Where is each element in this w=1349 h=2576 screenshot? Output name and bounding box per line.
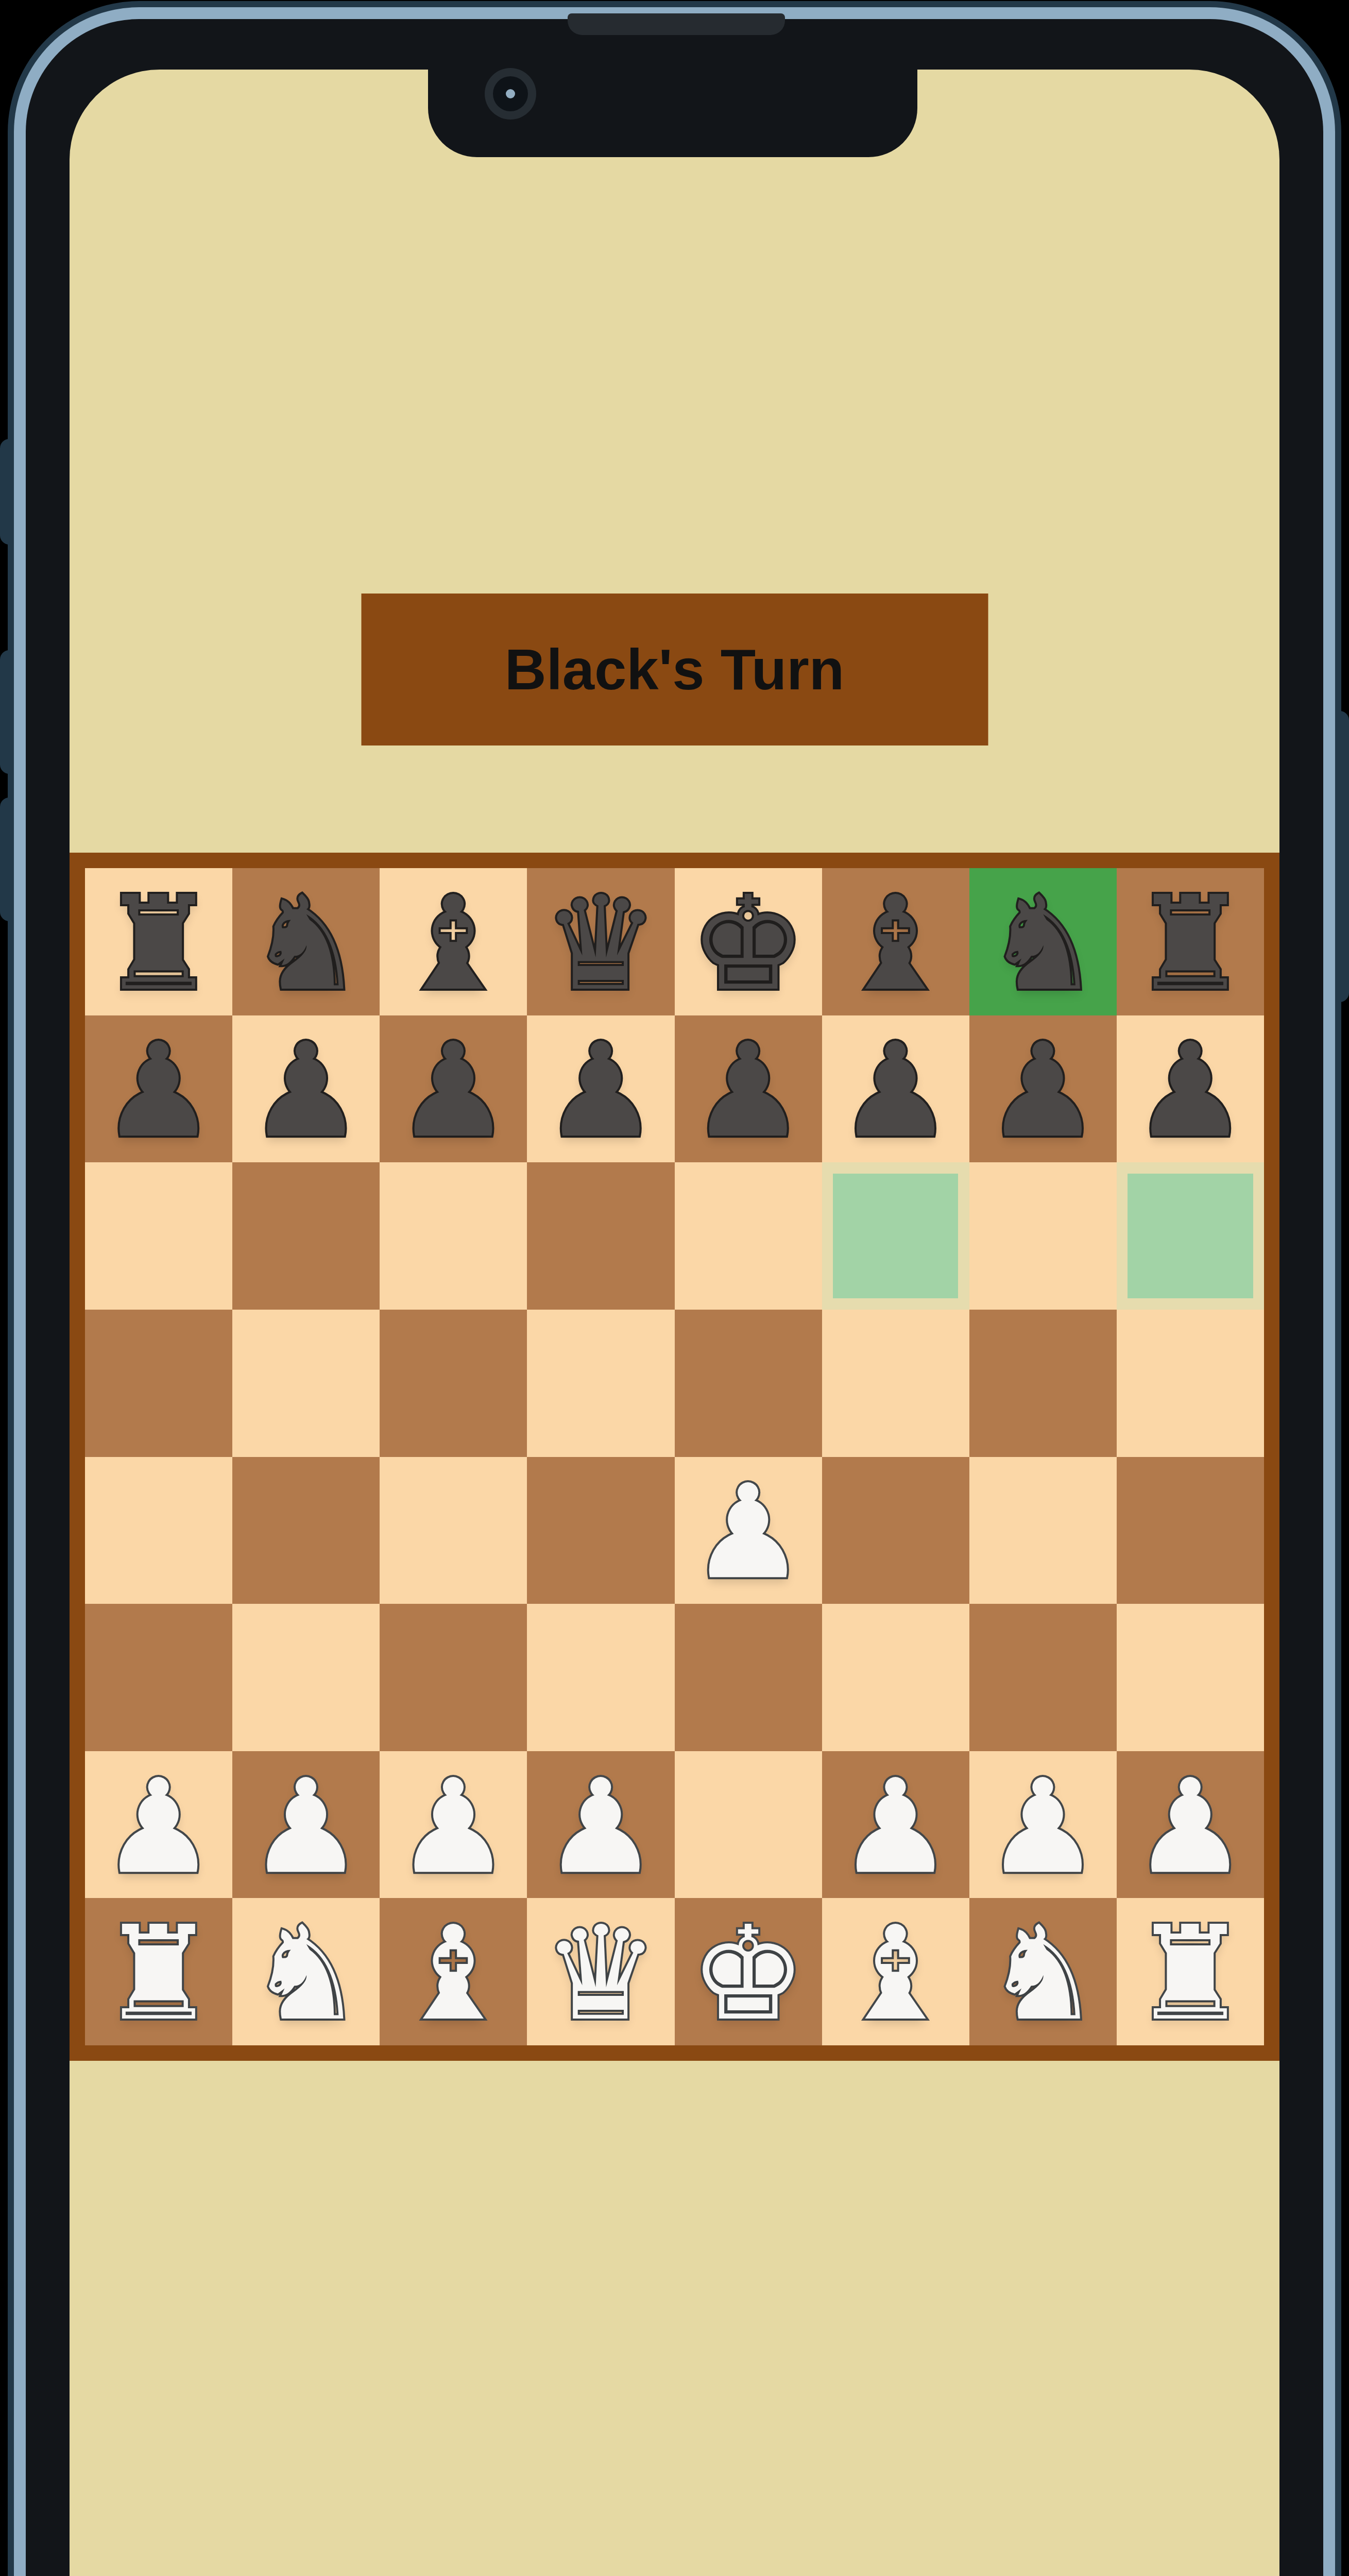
piece-black-pawn[interactable]: ♟	[838, 1026, 954, 1156]
square-c6[interactable]	[380, 1162, 527, 1310]
chess-board: ♜♞♝♛♚♝♞♜♟♟♟♟♟♟♟♟♟♟♟♟♟♟♟♟♜♞♝♛♚♝♞♜	[70, 853, 1279, 2061]
piece-black-bishop[interactable]: ♝	[838, 879, 954, 1009]
square-e2[interactable]	[675, 1751, 822, 1899]
square-c5[interactable]	[380, 1310, 527, 1457]
square-h5[interactable]	[1117, 1310, 1264, 1457]
square-e1[interactable]: ♚	[675, 1898, 822, 2045]
square-e8[interactable]: ♚	[675, 868, 822, 1015]
square-b3[interactable]	[232, 1604, 380, 1751]
square-g7[interactable]: ♟	[969, 1015, 1117, 1163]
square-g4[interactable]	[969, 1457, 1117, 1604]
piece-white-pawn[interactable]: ♟	[100, 1762, 217, 1892]
piece-black-pawn[interactable]: ♟	[100, 1026, 217, 1156]
square-a8[interactable]: ♜	[85, 868, 232, 1015]
piece-white-knight[interactable]: ♞	[985, 1909, 1101, 2039]
square-a3[interactable]	[85, 1604, 232, 1751]
square-d4[interactable]	[527, 1457, 674, 1604]
square-f3[interactable]	[822, 1604, 969, 1751]
square-d3[interactable]	[527, 1604, 674, 1751]
square-h1[interactable]: ♜	[1117, 1898, 1264, 2045]
square-a6[interactable]	[85, 1162, 232, 1310]
square-h8[interactable]: ♜	[1117, 868, 1264, 1015]
phone-mockup: Black's Turn ♜♞♝♛♚♝♞♜♟♟♟♟♟♟♟♟♟♟♟♟♟♟♟♟♜♞♝…	[0, 0, 1349, 2576]
piece-black-bishop[interactable]: ♝	[395, 879, 511, 1009]
app-screen: Black's Turn ♜♞♝♛♚♝♞♜♟♟♟♟♟♟♟♟♟♟♟♟♟♟♟♟♜♞♝…	[70, 70, 1279, 2576]
square-d5[interactable]	[527, 1310, 674, 1457]
piece-black-king[interactable]: ♚	[690, 879, 807, 1009]
square-f1[interactable]: ♝	[822, 1898, 969, 2045]
piece-black-pawn[interactable]: ♟	[542, 1026, 659, 1156]
piece-white-king[interactable]: ♚	[690, 1909, 807, 2039]
square-b8[interactable]: ♞	[232, 868, 380, 1015]
piece-white-rook[interactable]: ♜	[1132, 1909, 1249, 2039]
piece-black-pawn[interactable]: ♟	[1132, 1026, 1249, 1156]
square-e7[interactable]: ♟	[675, 1015, 822, 1163]
piece-white-pawn[interactable]: ♟	[838, 1762, 954, 1892]
piece-black-pawn[interactable]: ♟	[985, 1026, 1101, 1156]
square-b7[interactable]: ♟	[232, 1015, 380, 1163]
square-c2[interactable]: ♟	[380, 1751, 527, 1899]
piece-white-pawn[interactable]: ♟	[395, 1762, 511, 1892]
square-b5[interactable]	[232, 1310, 380, 1457]
camera-glint-icon	[506, 89, 515, 98]
square-c1[interactable]: ♝	[380, 1898, 527, 2045]
piece-white-knight[interactable]: ♞	[248, 1909, 364, 2039]
piece-black-pawn[interactable]: ♟	[248, 1026, 364, 1156]
piece-white-queen[interactable]: ♛	[542, 1909, 659, 2039]
square-b1[interactable]: ♞	[232, 1898, 380, 2045]
piece-black-rook[interactable]: ♜	[100, 879, 217, 1009]
square-d1[interactable]: ♛	[527, 1898, 674, 2045]
square-d2[interactable]: ♟	[527, 1751, 674, 1899]
square-b2[interactable]: ♟	[232, 1751, 380, 1899]
piece-black-knight[interactable]: ♞	[985, 879, 1101, 1009]
piece-black-pawn[interactable]: ♟	[690, 1026, 807, 1156]
square-g6[interactable]	[969, 1162, 1117, 1310]
square-b4[interactable]	[232, 1457, 380, 1604]
square-d7[interactable]: ♟	[527, 1015, 674, 1163]
square-d6[interactable]	[527, 1162, 674, 1310]
turn-banner-label: Black's Turn	[505, 636, 844, 703]
square-e5[interactable]	[675, 1310, 822, 1457]
square-g2[interactable]: ♟	[969, 1751, 1117, 1899]
square-f7[interactable]: ♟	[822, 1015, 969, 1163]
square-e4[interactable]: ♟	[675, 1457, 822, 1604]
square-e3[interactable]	[675, 1604, 822, 1751]
camera-icon	[485, 68, 536, 120]
turn-banner: Black's Turn	[361, 594, 988, 745]
square-g1[interactable]: ♞	[969, 1898, 1117, 2045]
square-a5[interactable]	[85, 1310, 232, 1457]
square-c7[interactable]: ♟	[380, 1015, 527, 1163]
piece-white-pawn[interactable]: ♟	[542, 1762, 659, 1892]
square-f2[interactable]: ♟	[822, 1751, 969, 1899]
square-f8[interactable]: ♝	[822, 868, 969, 1015]
square-d8[interactable]: ♛	[527, 868, 674, 1015]
speaker-icon	[568, 13, 785, 35]
square-f6[interactable]	[822, 1162, 969, 1310]
square-f5[interactable]	[822, 1310, 969, 1457]
piece-white-pawn[interactable]: ♟	[690, 1467, 807, 1597]
piece-white-pawn[interactable]: ♟	[985, 1762, 1101, 1892]
square-g8[interactable]: ♞	[969, 868, 1117, 1015]
square-h2[interactable]: ♟	[1117, 1751, 1264, 1899]
square-c4[interactable]	[380, 1457, 527, 1604]
square-f4[interactable]	[822, 1457, 969, 1604]
piece-black-pawn[interactable]: ♟	[395, 1026, 511, 1156]
square-c3[interactable]	[380, 1604, 527, 1751]
square-c8[interactable]: ♝	[380, 868, 527, 1015]
square-b6[interactable]	[232, 1162, 380, 1310]
square-h4[interactable]	[1117, 1457, 1264, 1604]
piece-black-rook[interactable]: ♜	[1132, 879, 1249, 1009]
piece-black-queen[interactable]: ♛	[542, 879, 659, 1009]
square-h6[interactable]	[1117, 1162, 1264, 1310]
piece-white-bishop[interactable]: ♝	[395, 1909, 511, 2039]
piece-white-rook[interactable]: ♜	[100, 1909, 217, 2039]
piece-white-pawn[interactable]: ♟	[1132, 1762, 1249, 1892]
piece-white-bishop[interactable]: ♝	[838, 1909, 954, 2039]
square-a2[interactable]: ♟	[85, 1751, 232, 1899]
piece-white-pawn[interactable]: ♟	[248, 1762, 364, 1892]
chess-board-grid: ♜♞♝♛♚♝♞♜♟♟♟♟♟♟♟♟♟♟♟♟♟♟♟♟♜♞♝♛♚♝♞♜	[85, 868, 1264, 2045]
square-a4[interactable]	[85, 1457, 232, 1604]
square-g5[interactable]	[969, 1310, 1117, 1457]
square-e6[interactable]	[675, 1162, 822, 1310]
square-g3[interactable]	[969, 1604, 1117, 1751]
square-h7[interactable]: ♟	[1117, 1015, 1264, 1163]
square-h3[interactable]	[1117, 1604, 1264, 1751]
square-a7[interactable]: ♟	[85, 1015, 232, 1163]
piece-black-knight[interactable]: ♞	[248, 879, 364, 1009]
square-a1[interactable]: ♜	[85, 1898, 232, 2045]
